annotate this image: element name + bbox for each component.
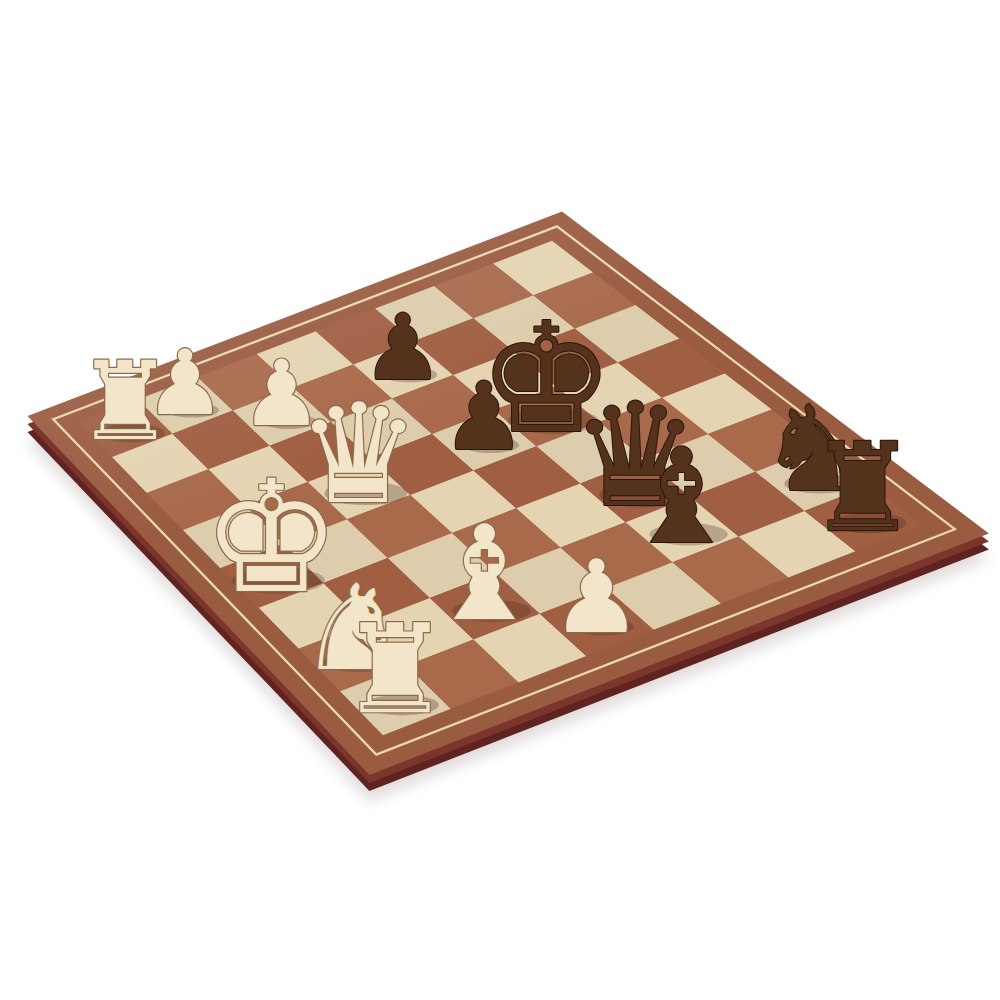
piece-glyph: ♜	[76, 338, 174, 465]
piece-glyph: ♜	[808, 417, 917, 559]
white-rook-h1: ♜	[340, 598, 450, 741]
piece-glyph: ♟	[442, 362, 526, 471]
black-rook-h8: ♜	[808, 417, 917, 559]
chess-board: ♟♟♚♟♜♟♞♛♛♜♝♚♝♟♞♜	[0, 0, 1000, 1000]
black-pawn-d5: ♟	[442, 362, 526, 471]
piece-glyph: ♟	[551, 538, 642, 656]
piece-glyph: ♜	[340, 598, 450, 741]
white-rook-a1: ♜	[76, 338, 174, 465]
product-photo-chess-scene: ♟♟♚♟♜♟♞♛♛♜♝♚♝♟♞♜	[0, 0, 1000, 1000]
white-pawn-h4: ♟	[551, 538, 642, 656]
